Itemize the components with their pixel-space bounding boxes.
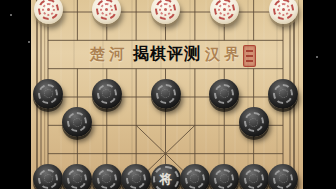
red-rosette-icon — [155, 0, 176, 20]
red-hidden-piece-f9r4[interactable] — [269, 0, 298, 24]
silver-rosette-icon — [97, 169, 117, 189]
black-hidden-piece-f9r7[interactable] — [268, 79, 298, 109]
black-hidden-piece-f1r7[interactable] — [33, 79, 63, 109]
overlay-title: 揭棋评测 — [133, 44, 201, 65]
black-hidden-piece-f7r10[interactable] — [209, 164, 239, 189]
red-hidden-piece-f1r4[interactable] — [34, 0, 63, 24]
red-hidden-piece-f7r4[interactable] — [210, 0, 239, 24]
black-hidden-piece-f2r10[interactable] — [62, 164, 92, 189]
silver-rosette-icon — [97, 84, 117, 104]
silver-rosette-icon — [67, 112, 87, 132]
app-screen: 楚河 汉界 揭棋评测 将 — [0, 0, 336, 189]
red-rosette-icon — [273, 0, 294, 20]
silver-rosette-icon — [156, 84, 176, 104]
xiangqi-board[interactable]: 楚河 汉界 揭棋评测 将 — [31, 0, 303, 189]
river-label-hanjie: 汉界 — [205, 45, 243, 64]
black-hidden-piece-f9r10[interactable] — [268, 164, 298, 189]
red-rosette-icon — [214, 0, 235, 20]
black-hidden-piece-f8r8[interactable] — [239, 107, 269, 137]
silver-rosette-icon — [67, 169, 87, 189]
black-hidden-piece-f3r7[interactable] — [92, 79, 122, 109]
dust-speck — [316, 56, 318, 58]
silver-rosette-icon — [38, 169, 58, 189]
river-label-chuhe: 楚河 — [90, 45, 128, 64]
silver-rosette-icon — [126, 169, 146, 189]
silver-rosette-icon — [273, 84, 293, 104]
black-hidden-piece-f4r10[interactable] — [121, 164, 151, 189]
black-hidden-piece-f6r10[interactable] — [180, 164, 210, 189]
silver-rosette-icon — [244, 169, 264, 189]
silver-rosette-icon — [244, 112, 264, 132]
silver-rosette-icon — [214, 169, 234, 189]
general-glyph: 将 — [160, 173, 172, 185]
dust-speck — [28, 41, 30, 43]
red-rosette-icon — [38, 0, 59, 20]
black-hidden-piece-f8r10[interactable] — [239, 164, 269, 189]
red-rosette-icon — [96, 0, 117, 20]
silver-rosette-icon — [273, 169, 293, 189]
black-hidden-piece-f5r7[interactable] — [151, 79, 181, 109]
black-hidden-piece-f1r10[interactable] — [33, 164, 63, 189]
red-seal-stamp-icon — [243, 45, 256, 67]
dust-speck — [10, 14, 12, 16]
silver-rosette-icon — [38, 84, 58, 104]
black-hidden-piece-f3r10[interactable] — [92, 164, 122, 189]
black-general-piece-f5r10[interactable]: 将 — [151, 164, 181, 189]
silver-rosette-icon — [214, 84, 234, 104]
silver-rosette-icon — [185, 169, 205, 189]
